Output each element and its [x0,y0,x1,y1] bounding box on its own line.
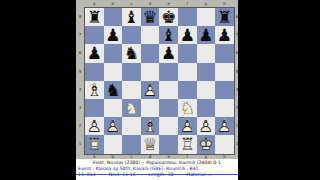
square-c3[interactable]: ♞♘ [122,99,141,117]
square-c1[interactable] [122,135,141,153]
rank-label-6: 6 [78,44,82,62]
square-f2[interactable]: ♟♙ [178,117,197,135]
players-result-line: Feist, Nicolas (2280) -- Papaioannou, Io… [76,159,238,165]
rank-label-3: 3 [78,99,82,117]
rank-label-5: 5 [235,63,239,81]
square-d1[interactable]: ♛♕ [141,135,160,153]
square-f1[interactable]: ♜♖ [178,135,197,153]
file-label-h: h [215,2,234,6]
square-b5[interactable] [104,63,123,81]
piece-outline: ♙ [85,117,104,135]
square-c4[interactable] [122,81,141,99]
square-g8[interactable] [197,8,216,26]
square-a2[interactable]: ♟♙ [85,117,104,135]
file-labels-top: abcdefgh [85,2,234,6]
piece-black-pawn[interactable]: ♟ [159,44,178,62]
piece-glyph: ♞ [104,81,123,99]
piece-glyph: ♚ [159,8,178,26]
file-label-f: f [178,2,197,6]
piece-outline: ♘ [178,99,197,117]
square-d4[interactable]: ♟♙ [141,81,160,99]
piece-black-rook[interactable]: ♜ [215,8,234,26]
piece-white-rook[interactable]: ♜♖ [178,135,197,153]
square-d7[interactable] [141,26,160,44]
piece-white-pawn[interactable]: ♟♙ [85,117,104,135]
rank-label-8: 8 [235,8,239,26]
piece-outline: ♙ [141,81,160,99]
square-g6[interactable] [197,44,216,62]
square-c7[interactable] [122,26,141,44]
rank-label-6: 6 [235,44,239,62]
square-g4[interactable] [197,81,216,99]
piece-glyph: ♟ [85,44,104,62]
square-a1[interactable]: ♜♖ [85,135,104,153]
piece-outline: ♘ [122,99,141,117]
square-g1[interactable]: ♚♔ [197,135,216,153]
piece-glyph: ♟ [215,26,234,44]
piece-white-pawn[interactable]: ♟♙ [197,117,216,135]
square-f5[interactable] [178,63,197,81]
rank-label-7: 7 [235,26,239,44]
square-b3[interactable] [104,99,123,117]
file-label-d: d [141,2,160,6]
file-label-b: b [104,2,123,6]
rank-label-4: 4 [235,81,239,99]
square-e7[interactable]: ♝ [159,26,178,44]
rank-labels-right: 87654321 [235,8,239,154]
piece-black-pawn[interactable]: ♟ [215,26,234,44]
piece-outline: ♕ [141,135,160,153]
square-a3[interactable] [85,99,104,117]
square-h5[interactable] [215,63,234,81]
piece-glyph: ♟ [197,26,216,44]
square-c8[interactable]: ♝ [122,8,141,26]
piece-white-king[interactable]: ♚♔ [197,135,216,153]
square-e5[interactable] [159,63,178,81]
piece-glyph: ♝ [159,26,178,44]
square-h3[interactable] [215,99,234,117]
piece-white-knight[interactable]: ♞♘ [178,99,197,117]
rank-label-2: 2 [235,117,239,135]
square-f4[interactable] [178,81,197,99]
piece-outline: ♔ [197,135,216,153]
square-a5[interactable] [85,63,104,81]
square-d8[interactable]: ♛ [141,8,160,26]
piece-black-pawn[interactable]: ♟ [178,26,197,44]
piece-outline: ♙ [178,117,197,135]
square-d2[interactable]: ♝♗ [141,117,160,135]
square-h8[interactable]: ♜ [215,8,234,26]
game-info-panel: Feist, Nicolas (2280) -- Papaioannou, Io… [76,159,238,180]
file-label-e: e [159,2,178,6]
piece-white-pawn[interactable]: ♟♙ [178,117,197,135]
square-b8[interactable] [104,8,123,26]
piece-outline: ♙ [215,117,234,135]
square-h4[interactable] [215,81,234,99]
piece-white-bishop[interactable]: ♝♗ [141,117,160,135]
piece-black-rook[interactable]: ♜ [85,8,104,26]
piece-glyph: ♟ [159,44,178,62]
piece-white-pawn[interactable]: ♟♙ [104,117,123,135]
square-e8[interactable]: ♚ [159,8,178,26]
square-c5[interactable] [122,63,141,81]
square-h7[interactable]: ♟ [215,26,234,44]
square-f3[interactable]: ♞♘ [178,99,197,117]
square-a4[interactable]: ♝♗ [85,81,104,99]
square-a6[interactable]: ♟ [85,44,104,62]
piece-outline: ♗ [85,81,104,99]
square-d3[interactable] [141,99,160,117]
event-line: Event : Kavala op 50th, Kavala (GRE), Ro… [78,166,238,171]
piece-outline: ♗ [141,117,160,135]
piece-white-pawn[interactable]: ♟♙ [141,81,160,99]
square-e4[interactable] [159,81,178,99]
square-h2[interactable]: ♟♙ [215,117,234,135]
rank-label-4: 4 [78,81,82,99]
rank-label-1: 1 [78,135,82,153]
rank-label-3: 3 [235,99,239,117]
square-e2[interactable] [159,117,178,135]
piece-outline: ♙ [197,117,216,135]
piece-white-bishop[interactable]: ♝♗ [85,81,104,99]
piece-glyph: ♟ [104,26,123,44]
piece-glyph: ♟ [178,26,197,44]
piece-black-pawn[interactable]: ♟ [197,26,216,44]
rank-label-8: 8 [78,8,82,26]
square-f7[interactable]: ♟ [178,26,197,44]
video-content-area: abcdefgh ♜♝♛♚♜♟♝♟♟♟♟♞♟♝♗♞♟♙♞♘♞♘♟♙♟♙♝♗♟♙♟… [76,0,238,180]
square-b6[interactable] [104,44,123,62]
piece-white-queen[interactable]: ♛♕ [141,135,160,153]
rank-label-5: 5 [78,63,82,81]
piece-black-pawn[interactable]: ♟ [85,44,104,62]
piece-black-knight[interactable]: ♞ [122,44,141,62]
rank-labels-left: 87654321 [78,8,82,154]
square-b4[interactable]: ♞ [104,81,123,99]
piece-glyph: ♝ [122,8,141,26]
square-h6[interactable] [215,44,234,62]
chess-board[interactable]: ♜♝♛♚♜♟♝♟♟♟♟♞♟♝♗♞♟♙♞♘♞♘♟♙♟♙♝♗♟♙♟♙♟♙♜♖♛♕♜♖… [84,7,235,155]
square-b2[interactable]: ♟♙ [104,117,123,135]
square-a7[interactable] [85,26,104,44]
square-h1[interactable] [215,135,234,153]
square-g7[interactable]: ♟ [197,26,216,44]
square-e3[interactable] [159,99,178,117]
piece-black-pawn[interactable]: ♟ [104,26,123,44]
square-b1[interactable] [104,135,123,153]
square-c6[interactable]: ♞ [122,44,141,62]
piece-glyph: ♛ [141,8,160,26]
piece-black-king[interactable]: ♚ [159,8,178,26]
file-label-c: c [122,2,141,6]
piece-black-bishop[interactable]: ♝ [122,8,141,26]
square-e1[interactable] [159,135,178,153]
piece-glyph: ♜ [85,8,104,26]
square-d6[interactable] [141,44,160,62]
square-g3[interactable] [197,99,216,117]
file-label-a: a [85,2,104,6]
square-a8[interactable]: ♜ [85,8,104,26]
separator-line [76,174,238,175]
piece-glyph: ♞ [122,44,141,62]
rank-label-7: 7 [78,26,82,44]
square-e6[interactable]: ♟ [159,44,178,62]
rank-label-2: 2 [78,117,82,135]
rank-label-1: 1 [235,135,239,153]
piece-outline: ♙ [104,117,123,135]
piece-black-bishop[interactable]: ♝ [159,26,178,44]
piece-black-queen[interactable]: ♛ [141,8,160,26]
file-label-g: g [197,2,216,6]
piece-outline: ♖ [178,135,197,153]
piece-white-knight[interactable]: ♞♘ [122,99,141,117]
square-d5[interactable] [141,63,160,81]
square-b7[interactable]: ♟ [104,26,123,44]
square-g5[interactable] [197,63,216,81]
square-g2[interactable]: ♟♙ [197,117,216,135]
square-f8[interactable] [178,8,197,26]
piece-black-knight[interactable]: ♞ [104,81,123,99]
square-c2[interactable] [122,117,141,135]
piece-white-pawn[interactable]: ♟♙ [215,117,234,135]
piece-white-rook[interactable]: ♜♖ [85,135,104,153]
piece-glyph: ♜ [215,8,234,26]
piece-outline: ♖ [85,135,104,153]
square-f6[interactable] [178,44,197,62]
